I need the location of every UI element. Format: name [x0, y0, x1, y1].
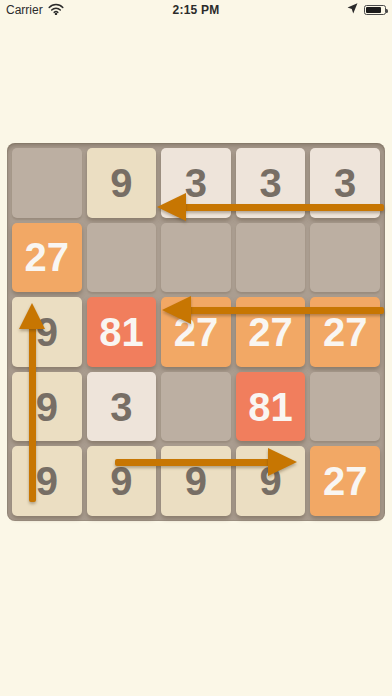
tile-27-r3c3: 27 — [161, 297, 231, 367]
empty-cell-r2c3 — [161, 223, 231, 293]
empty-cell-r2c5 — [310, 223, 380, 293]
empty-cell-r4c5 — [310, 372, 380, 442]
game-board[interactable]: 9333279812727279381999927 — [7, 143, 385, 521]
app-screen: Carrier 2:15 PM 93332798 — [0, 0, 392, 696]
tile-27-r3c4: 27 — [236, 297, 306, 367]
battery-icon — [364, 5, 386, 15]
tile-3-r1c4: 3 — [236, 148, 306, 218]
tile-9-r5c4: 9 — [236, 446, 306, 516]
tile-3-r1c3: 3 — [161, 148, 231, 218]
empty-cell-r2c2 — [87, 223, 157, 293]
tile-9-r5c2: 9 — [87, 446, 157, 516]
status-bar-right — [347, 3, 386, 17]
tile-9-r5c1: 9 — [12, 446, 82, 516]
tile-9-r4c1: 9 — [12, 372, 82, 442]
wifi-icon — [48, 3, 64, 18]
status-bar-left: Carrier — [6, 3, 64, 18]
status-bar: Carrier 2:15 PM — [0, 0, 392, 20]
empty-cell-r2c4 — [236, 223, 306, 293]
tile-9-r5c3: 9 — [161, 446, 231, 516]
tile-9-r1c2: 9 — [87, 148, 157, 218]
status-bar-clock: 2:15 PM — [173, 0, 220, 20]
tile-3-r1c5: 3 — [310, 148, 380, 218]
battery-fill — [366, 7, 381, 13]
tile-81-r4c4: 81 — [236, 372, 306, 442]
empty-cell-r1c1 — [12, 148, 82, 218]
tile-27-r3c5: 27 — [310, 297, 380, 367]
tile-9-r3c1: 9 — [12, 297, 82, 367]
location-arrow-icon — [347, 3, 358, 17]
empty-cell-r4c3 — [161, 372, 231, 442]
tile-81-r3c2: 81 — [87, 297, 157, 367]
tile-27-r2c1: 27 — [12, 223, 82, 293]
tile-27-r5c5: 27 — [310, 446, 380, 516]
tile-3-r4c2: 3 — [87, 372, 157, 442]
carrier-label: Carrier — [6, 3, 43, 17]
